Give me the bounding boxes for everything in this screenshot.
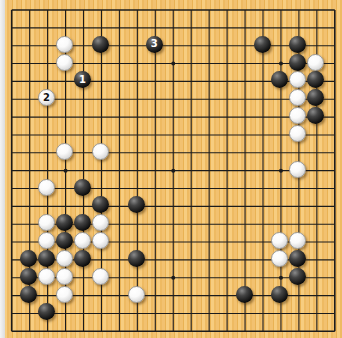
move-number-label: 1	[79, 75, 86, 85]
black-stone[interactable]	[20, 250, 37, 267]
black-stone[interactable]	[56, 232, 73, 249]
move-number-label: 3	[151, 39, 158, 49]
white-stone[interactable]	[92, 214, 109, 231]
white-stone[interactable]	[307, 54, 324, 71]
go-board[interactable]: 312	[0, 0, 342, 338]
move-number-label: 2	[43, 93, 50, 103]
white-stone[interactable]	[38, 232, 55, 249]
star-point	[279, 62, 283, 66]
white-stone[interactable]	[38, 268, 55, 285]
white-stone[interactable]	[56, 250, 73, 267]
white-stone[interactable]	[56, 54, 73, 71]
white-stone[interactable]	[56, 268, 73, 285]
black-stone[interactable]	[289, 54, 306, 71]
star-point	[171, 169, 175, 173]
black-stone[interactable]	[289, 36, 306, 53]
go-board-screenshot: 312	[0, 0, 342, 338]
white-stone[interactable]	[38, 179, 55, 196]
white-stone[interactable]	[92, 268, 109, 285]
white-stone[interactable]	[56, 286, 73, 303]
white-stone[interactable]	[92, 232, 109, 249]
star-point	[171, 62, 175, 66]
black-stone[interactable]	[128, 250, 145, 267]
star-point	[279, 276, 283, 280]
white-stone[interactable]	[289, 161, 306, 178]
black-stone[interactable]: 3	[146, 36, 163, 53]
white-stone[interactable]	[74, 232, 91, 249]
black-stone[interactable]	[236, 286, 253, 303]
white-stone[interactable]	[92, 143, 109, 160]
white-stone[interactable]	[56, 143, 73, 160]
black-stone[interactable]	[74, 250, 91, 267]
black-stone[interactable]	[271, 286, 288, 303]
white-stone[interactable]	[128, 286, 145, 303]
star-point	[64, 169, 68, 173]
black-stone[interactable]	[38, 250, 55, 267]
black-stone[interactable]	[254, 36, 271, 53]
black-stone[interactable]	[20, 286, 37, 303]
star-point	[171, 276, 175, 280]
white-stone[interactable]	[56, 36, 73, 53]
black-stone[interactable]	[20, 268, 37, 285]
star-point	[279, 169, 283, 173]
black-stone[interactable]	[74, 179, 91, 196]
black-stone[interactable]	[92, 36, 109, 53]
